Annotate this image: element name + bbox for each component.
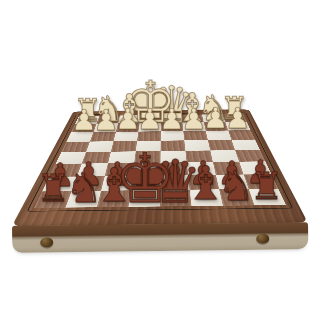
square-g8	[65, 191, 101, 208]
square-d3	[161, 131, 185, 141]
chess-set-photo: ♜♞♝♛♚♝♞♜♟♟♟♟♟♟♟♟♟♟♟♟♟♟♟♟♜♞♝♛♚♝♞♜	[0, 0, 320, 320]
square-d2	[161, 123, 183, 132]
square-g5	[82, 152, 111, 164]
square-e8	[128, 190, 160, 207]
square-c5	[185, 150, 212, 162]
square-a3	[228, 130, 255, 140]
square-b3	[206, 130, 232, 140]
square-a6	[239, 161, 271, 174]
square-d7	[160, 175, 190, 190]
square-a4	[231, 140, 259, 151]
square-b4	[208, 140, 235, 151]
square-g6	[77, 163, 108, 176]
square-g3	[90, 132, 116, 142]
square-f5	[108, 151, 136, 163]
square-e3	[137, 131, 161, 141]
square-c3	[183, 131, 208, 141]
chess-board	[34, 114, 286, 208]
square-c8	[190, 189, 223, 206]
square-d5	[160, 151, 186, 163]
square-c7	[188, 175, 219, 190]
square-a2	[225, 122, 250, 131]
board-grid	[34, 114, 286, 208]
square-g4	[86, 141, 113, 152]
square-a5	[235, 150, 265, 162]
square-g2	[93, 123, 118, 132]
square-g7	[72, 176, 105, 191]
square-f8	[97, 190, 131, 207]
square-f3	[114, 132, 139, 142]
square-f7	[101, 176, 132, 191]
square-c2	[182, 122, 205, 131]
square-c6	[187, 162, 216, 175]
square-d4	[161, 140, 186, 151]
square-e7	[131, 176, 161, 191]
hinge-icon	[40, 237, 53, 247]
square-e5	[134, 151, 160, 163]
square-e4	[136, 141, 161, 152]
square-e6	[133, 163, 161, 176]
hinge-icon	[256, 234, 269, 244]
square-c4	[184, 140, 210, 151]
square-b2	[204, 122, 228, 131]
square-d6	[160, 162, 188, 175]
square-f2	[116, 123, 140, 132]
square-d8	[160, 190, 192, 207]
square-f6	[105, 163, 134, 176]
board-front-edge	[12, 222, 308, 253]
square-e2	[138, 123, 161, 132]
square-f4	[111, 141, 137, 152]
